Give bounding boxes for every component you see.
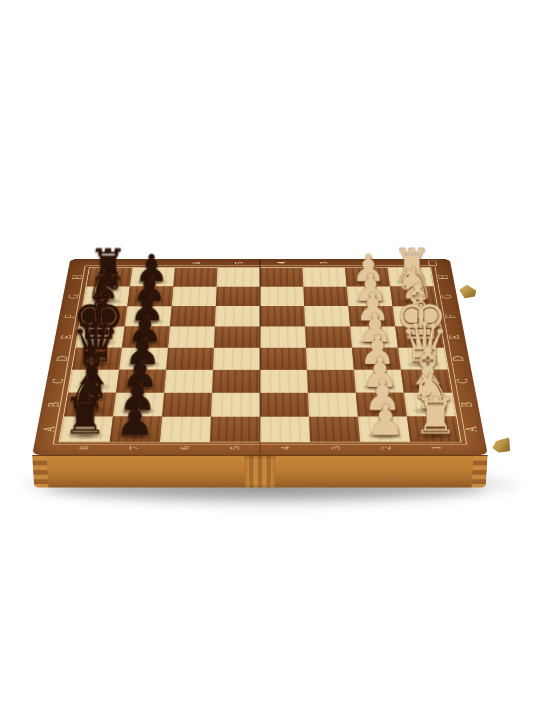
square-c3[interactable] — [307, 370, 356, 393]
square-g3[interactable] — [303, 287, 348, 307]
square-e4[interactable] — [260, 326, 306, 347]
square-h4[interactable] — [260, 268, 303, 287]
board-top-surface: HGFEDCBA HGFEDCBA 87654321 87654321 ♜♟♟♜… — [32, 259, 488, 455]
square-a1[interactable]: ♜ — [407, 417, 460, 442]
chess-board: HGFEDCBA HGFEDCBA 87654321 87654321 ♜♟♟♜… — [32, 259, 488, 455]
square-e6[interactable] — [168, 326, 215, 347]
square-a3[interactable] — [309, 417, 360, 442]
square-c6[interactable] — [164, 370, 213, 393]
square-b6[interactable] — [162, 393, 212, 417]
square-a8[interactable]: ♜ — [60, 417, 113, 442]
piece-white-pawn-a2[interactable]: ♟ — [366, 399, 405, 440]
square-c4[interactable] — [260, 370, 308, 393]
square-g6[interactable] — [172, 287, 217, 307]
square-f3[interactable] — [304, 306, 350, 326]
square-f5[interactable] — [215, 306, 260, 326]
square-f6[interactable] — [170, 306, 216, 326]
square-a2[interactable]: ♟ — [358, 417, 410, 442]
fold-seam — [259, 259, 261, 455]
square-a7[interactable]: ♟ — [110, 417, 162, 442]
perspective-stage: HGFEDCBA HGFEDCBA 87654321 87654321 ♜♟♟♜… — [53, 141, 467, 555]
square-f4[interactable] — [260, 306, 305, 326]
fold-hinge-joint — [245, 456, 276, 488]
square-h5[interactable] — [217, 268, 260, 287]
square-d5[interactable] — [213, 348, 260, 370]
square-b4[interactable] — [260, 393, 309, 417]
square-a4[interactable] — [260, 417, 310, 442]
square-c5[interactable] — [212, 370, 260, 393]
square-e5[interactable] — [214, 326, 260, 347]
board-front-edge — [32, 455, 488, 488]
square-e3[interactable] — [305, 326, 352, 347]
square-h3[interactable] — [303, 268, 347, 287]
finger-joint-right-corner — [472, 456, 488, 488]
square-g4[interactable] — [260, 287, 304, 307]
square-d3[interactable] — [306, 348, 354, 370]
square-a5[interactable] — [210, 417, 260, 442]
square-a6[interactable] — [160, 417, 211, 442]
square-g5[interactable] — [216, 287, 260, 307]
square-h6[interactable] — [173, 268, 217, 287]
square-d4[interactable] — [260, 348, 307, 370]
square-b5[interactable] — [211, 393, 260, 417]
square-b3[interactable] — [308, 393, 358, 417]
chess-set-photo: HGFEDCBA HGFEDCBA 87654321 87654321 ♜♟♟♜… — [0, 0, 540, 720]
finger-joint-left-corner — [32, 456, 48, 488]
piece-black-rook-a8[interactable]: ♜ — [62, 393, 107, 441]
piece-black-pawn-a7[interactable]: ♟ — [115, 399, 154, 440]
square-d6[interactable] — [166, 348, 214, 370]
brass-latch-tab-icon — [491, 437, 512, 455]
piece-white-rook-a1[interactable]: ♜ — [413, 393, 458, 441]
